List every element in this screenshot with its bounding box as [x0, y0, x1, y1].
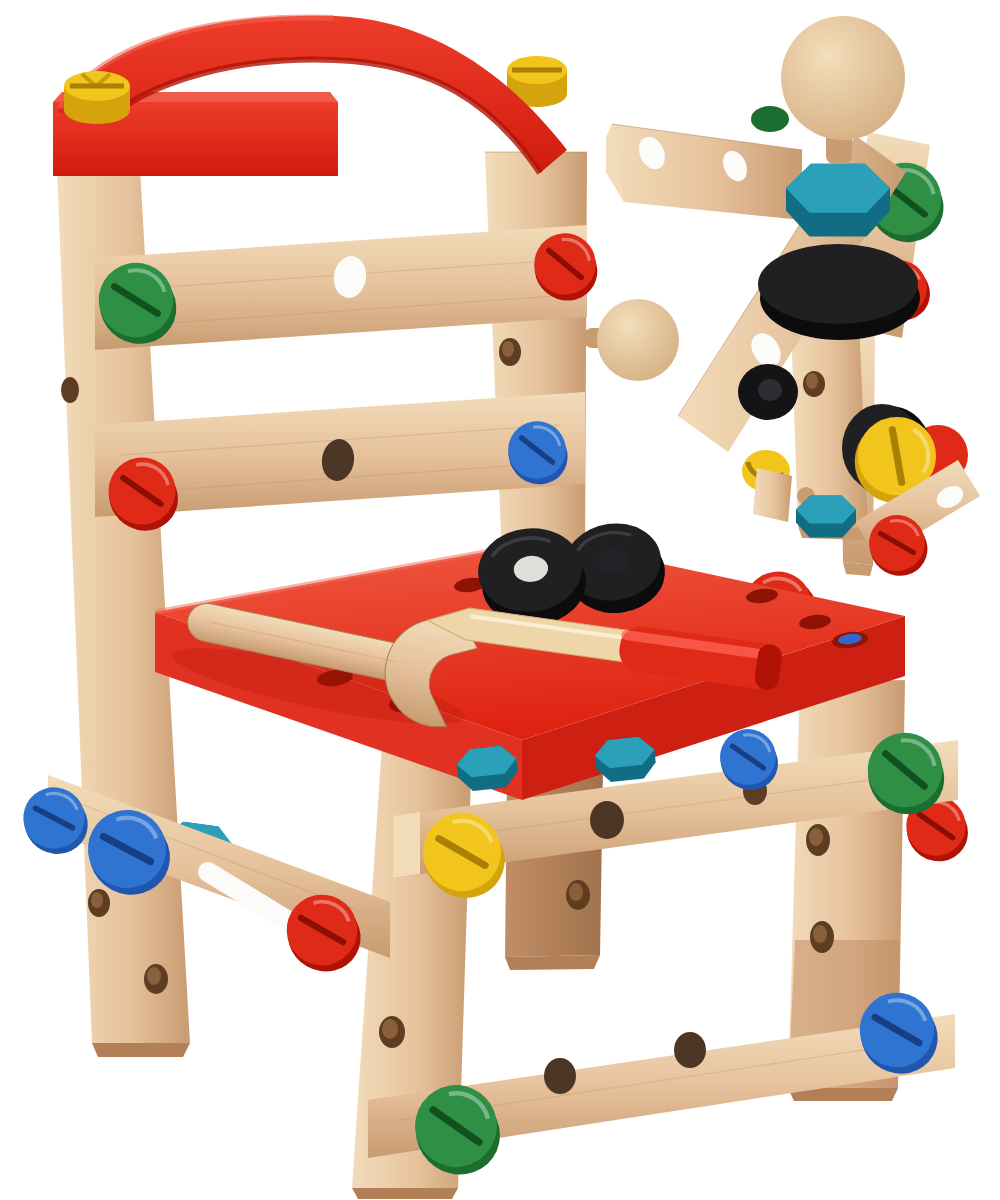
product-photo-stage	[0, 0, 1000, 1200]
yellow-cap-screw-left	[64, 71, 130, 124]
toy-chair-photo	[0, 0, 1000, 1200]
black-washer-collar	[758, 244, 920, 340]
spare-arm	[606, 124, 802, 220]
teal-hex-nut-small	[796, 495, 856, 537]
green-screw-sliver	[751, 106, 789, 132]
teal-hex-nut	[786, 164, 890, 237]
back-post-right	[485, 152, 587, 556]
diagonal-brace	[11, 775, 390, 985]
spare-left-washer-stack	[738, 364, 798, 522]
ball-knob	[583, 299, 679, 381]
ball-head	[781, 16, 905, 140]
